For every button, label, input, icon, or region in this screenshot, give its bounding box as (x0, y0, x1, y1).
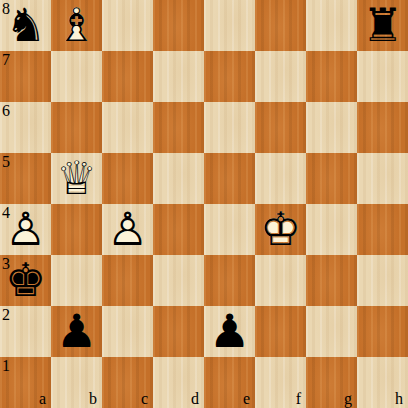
square-a2[interactable]: 2 (0, 306, 51, 357)
square-a4[interactable]: 4♟♙ (0, 204, 51, 255)
file-label-e: e (243, 391, 250, 407)
square-e5[interactable] (204, 153, 255, 204)
black-rook-icon: ♜ (357, 0, 408, 51)
square-c5[interactable] (102, 153, 153, 204)
square-h3[interactable] (357, 255, 408, 306)
square-f2[interactable] (255, 306, 306, 357)
square-f3[interactable] (255, 255, 306, 306)
square-f6[interactable] (255, 102, 306, 153)
rank-label-5: 5 (2, 154, 10, 170)
square-b5[interactable]: ♛♕ (51, 153, 102, 204)
black-knight-icon: ♞ (0, 0, 51, 51)
square-h2[interactable] (357, 306, 408, 357)
rank-label-2: 2 (2, 307, 10, 323)
white-pawn-icon: ♙ (102, 204, 153, 255)
square-g5[interactable] (306, 153, 357, 204)
square-d3[interactable] (153, 255, 204, 306)
square-c2[interactable] (102, 306, 153, 357)
rank-label-1: 1 (2, 358, 10, 374)
file-label-b: b (89, 391, 97, 407)
rank-label-7: 7 (2, 52, 10, 68)
white-bishop-icon: ♗ (51, 0, 102, 51)
square-g3[interactable] (306, 255, 357, 306)
square-h4[interactable] (357, 204, 408, 255)
file-label-f: f (296, 391, 301, 407)
square-b2[interactable]: ♟ (51, 306, 102, 357)
square-a6[interactable]: 6 (0, 102, 51, 153)
square-a8[interactable]: 8♞ (0, 0, 51, 51)
square-e3[interactable] (204, 255, 255, 306)
file-label-d: d (191, 391, 199, 407)
square-a1[interactable]: 1a (0, 357, 51, 408)
rank-label-6: 6 (2, 103, 10, 119)
square-h6[interactable] (357, 102, 408, 153)
piece-black-rook-h8[interactable]: ♜ (357, 0, 408, 51)
piece-white-queen-b5[interactable]: ♛♕ (51, 153, 102, 204)
piece-black-pawn-b2[interactable]: ♟ (51, 306, 102, 357)
square-d4[interactable] (153, 204, 204, 255)
square-d8[interactable] (153, 0, 204, 51)
file-label-g: g (344, 391, 352, 407)
piece-white-pawn-a4[interactable]: ♟♙ (0, 204, 51, 255)
square-g2[interactable] (306, 306, 357, 357)
piece-white-bishop-b8[interactable]: ♝♗ (51, 0, 102, 51)
white-queen-icon: ♕ (51, 153, 102, 204)
square-g8[interactable] (306, 0, 357, 51)
square-c1[interactable]: c (102, 357, 153, 408)
square-b8[interactable]: ♝♗ (51, 0, 102, 51)
square-d1[interactable]: d (153, 357, 204, 408)
square-f5[interactable] (255, 153, 306, 204)
square-f1[interactable]: f (255, 357, 306, 408)
square-f8[interactable] (255, 0, 306, 51)
square-e6[interactable] (204, 102, 255, 153)
file-label-c: c (141, 391, 148, 407)
white-pawn-icon: ♙ (0, 204, 51, 255)
square-a7[interactable]: 7 (0, 51, 51, 102)
square-e4[interactable] (204, 204, 255, 255)
square-f7[interactable] (255, 51, 306, 102)
square-c6[interactable] (102, 102, 153, 153)
piece-white-pawn-c4[interactable]: ♟♙ (102, 204, 153, 255)
chess-board-wrap: 8♞♝♗♜765♛♕4♟♙♟♙♚♔3♚2♟♟1abcdefgh (0, 0, 408, 408)
piece-white-king-f4[interactable]: ♚♔ (255, 204, 306, 255)
square-g4[interactable] (306, 204, 357, 255)
square-c8[interactable] (102, 0, 153, 51)
square-h8[interactable]: ♜ (357, 0, 408, 51)
square-g1[interactable]: g (306, 357, 357, 408)
square-g7[interactable] (306, 51, 357, 102)
square-b1[interactable]: b (51, 357, 102, 408)
square-c3[interactable] (102, 255, 153, 306)
square-c7[interactable] (102, 51, 153, 102)
square-e8[interactable] (204, 0, 255, 51)
piece-black-king-a3[interactable]: ♚ (0, 255, 51, 306)
square-e1[interactable]: e (204, 357, 255, 408)
square-g6[interactable] (306, 102, 357, 153)
black-pawn-icon: ♟ (51, 306, 102, 357)
black-pawn-icon: ♟ (204, 306, 255, 357)
square-d5[interactable] (153, 153, 204, 204)
square-a5[interactable]: 5 (0, 153, 51, 204)
chess-board: 8♞♝♗♜765♛♕4♟♙♟♙♚♔3♚2♟♟1abcdefgh (0, 0, 408, 408)
square-c4[interactable]: ♟♙ (102, 204, 153, 255)
file-label-h: h (395, 391, 403, 407)
square-d6[interactable] (153, 102, 204, 153)
square-e2[interactable]: ♟ (204, 306, 255, 357)
white-king-icon: ♔ (255, 204, 306, 255)
square-a3[interactable]: 3♚ (0, 255, 51, 306)
square-f4[interactable]: ♚♔ (255, 204, 306, 255)
file-label-a: a (39, 391, 46, 407)
square-h1[interactable]: h (357, 357, 408, 408)
square-b6[interactable] (51, 102, 102, 153)
square-b7[interactable] (51, 51, 102, 102)
square-h5[interactable] (357, 153, 408, 204)
square-b4[interactable] (51, 204, 102, 255)
black-king-icon: ♚ (0, 255, 51, 306)
square-b3[interactable] (51, 255, 102, 306)
piece-black-knight-a8[interactable]: ♞ (0, 0, 51, 51)
square-d2[interactable] (153, 306, 204, 357)
piece-black-pawn-e2[interactable]: ♟ (204, 306, 255, 357)
square-e7[interactable] (204, 51, 255, 102)
square-h7[interactable] (357, 51, 408, 102)
square-d7[interactable] (153, 51, 204, 102)
